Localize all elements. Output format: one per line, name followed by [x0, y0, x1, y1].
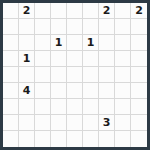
- cell-r3c5[interactable]: [67, 35, 83, 51]
- cell-r5c8[interactable]: [115, 67, 131, 83]
- cell-r6c1[interactable]: [3, 83, 19, 99]
- cell-r3c6: 1: [83, 35, 99, 51]
- cell-r2c3[interactable]: [35, 19, 51, 35]
- cell-r7c1[interactable]: [3, 99, 19, 115]
- cell-r6c8[interactable]: [115, 83, 131, 99]
- cell-r2c5[interactable]: [67, 19, 83, 35]
- cell-r5c9[interactable]: [131, 67, 147, 83]
- cell-r1c8[interactable]: [115, 3, 131, 19]
- cell-r5c3[interactable]: [35, 67, 51, 83]
- cell-r9c8[interactable]: [115, 131, 131, 147]
- cell-r5c2[interactable]: [19, 67, 35, 83]
- cell-r3c7[interactable]: [99, 35, 115, 51]
- cell-r7c2[interactable]: [19, 99, 35, 115]
- cell-r9c9[interactable]: [131, 131, 147, 147]
- cell-r7c6[interactable]: [83, 99, 99, 115]
- cell-r3c1[interactable]: [3, 35, 19, 51]
- cell-r7c7[interactable]: [99, 99, 115, 115]
- cell-r7c5[interactable]: [67, 99, 83, 115]
- cell-r7c8[interactable]: [115, 99, 131, 115]
- cell-r7c9[interactable]: [131, 99, 147, 115]
- cell-r8c8[interactable]: [115, 115, 131, 131]
- cell-r3c3[interactable]: [35, 35, 51, 51]
- cell-r1c9: 2: [131, 3, 147, 19]
- cell-r6c6[interactable]: [83, 83, 99, 99]
- cell-r5c6[interactable]: [83, 67, 99, 83]
- cell-r1c7: 2: [99, 3, 115, 19]
- cell-r8c6[interactable]: [83, 115, 99, 131]
- cell-r8c3[interactable]: [35, 115, 51, 131]
- cell-r5c1[interactable]: [3, 67, 19, 83]
- puzzle-board: 22211143: [0, 0, 150, 150]
- cell-r9c2[interactable]: [19, 131, 35, 147]
- cell-r6c9[interactable]: [131, 83, 147, 99]
- cell-r2c4[interactable]: [51, 19, 67, 35]
- cell-r4c2: 1: [19, 51, 35, 67]
- cell-r8c5[interactable]: [67, 115, 83, 131]
- cell-r6c4[interactable]: [51, 83, 67, 99]
- cell-r8c1[interactable]: [3, 115, 19, 131]
- cell-r6c7[interactable]: [99, 83, 115, 99]
- cell-r6c2: 4: [19, 83, 35, 99]
- cell-r4c5[interactable]: [67, 51, 83, 67]
- cell-r4c1[interactable]: [3, 51, 19, 67]
- cell-r9c6[interactable]: [83, 131, 99, 147]
- cell-r2c8[interactable]: [115, 19, 131, 35]
- cell-r2c2[interactable]: [19, 19, 35, 35]
- cell-r5c4[interactable]: [51, 67, 67, 83]
- cell-r9c7[interactable]: [99, 131, 115, 147]
- cell-r2c6[interactable]: [83, 19, 99, 35]
- cell-r4c3[interactable]: [35, 51, 51, 67]
- cell-r2c9[interactable]: [131, 19, 147, 35]
- cell-r3c2[interactable]: [19, 35, 35, 51]
- cell-r2c7[interactable]: [99, 19, 115, 35]
- cell-r3c8[interactable]: [115, 35, 131, 51]
- cell-r6c5[interactable]: [67, 83, 83, 99]
- cell-r1c5[interactable]: [67, 3, 83, 19]
- cell-r3c4: 1: [51, 35, 67, 51]
- cell-r1c4[interactable]: [51, 3, 67, 19]
- cell-r4c6[interactable]: [83, 51, 99, 67]
- cell-r1c3[interactable]: [35, 3, 51, 19]
- cell-r1c1[interactable]: [3, 3, 19, 19]
- cell-r1c6[interactable]: [83, 3, 99, 19]
- cell-r7c3[interactable]: [35, 99, 51, 115]
- cell-r8c4[interactable]: [51, 115, 67, 131]
- cell-r1c2: 2: [19, 3, 35, 19]
- cell-r4c7[interactable]: [99, 51, 115, 67]
- cell-r3c9[interactable]: [131, 35, 147, 51]
- cell-r9c3[interactable]: [35, 131, 51, 147]
- cell-r8c9[interactable]: [131, 115, 147, 131]
- cell-r6c3[interactable]: [35, 83, 51, 99]
- cell-r4c9[interactable]: [131, 51, 147, 67]
- cell-r4c4[interactable]: [51, 51, 67, 67]
- cell-r4c8[interactable]: [115, 51, 131, 67]
- cell-r5c7[interactable]: [99, 67, 115, 83]
- cell-r7c4[interactable]: [51, 99, 67, 115]
- cell-r2c1[interactable]: [3, 19, 19, 35]
- cell-r8c7: 3: [99, 115, 115, 131]
- cell-r9c5[interactable]: [67, 131, 83, 147]
- cell-r5c5[interactable]: [67, 67, 83, 83]
- cell-r8c2[interactable]: [19, 115, 35, 131]
- cell-r9c4[interactable]: [51, 131, 67, 147]
- cell-r9c1[interactable]: [3, 131, 19, 147]
